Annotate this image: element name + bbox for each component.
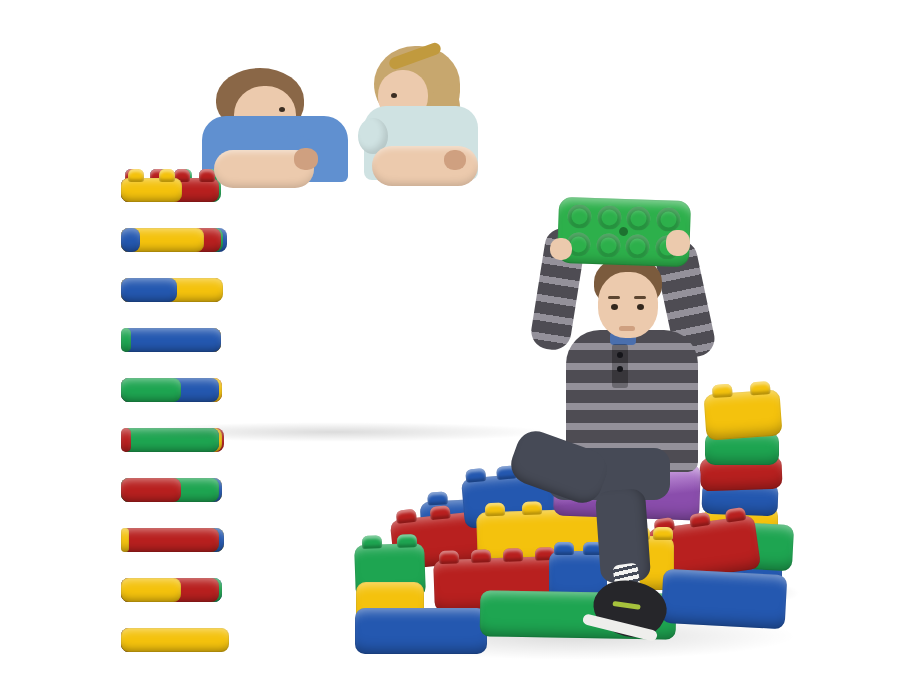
girl-eye	[391, 93, 397, 98]
wall-stud	[128, 169, 144, 182]
block-stud	[689, 512, 711, 528]
boy-right-brow	[608, 296, 620, 299]
block-stud	[554, 542, 574, 555]
wall-shadow	[116, 422, 552, 442]
block-stud	[396, 534, 416, 548]
wall-brick-blue	[121, 228, 140, 252]
block-stud	[712, 384, 733, 398]
block-stud	[725, 507, 747, 523]
wall-brick-blue	[121, 328, 221, 352]
block-stud	[430, 505, 451, 520]
bench-blue-right-bottom	[661, 569, 788, 629]
boy-left-hand	[294, 148, 318, 170]
boy-right-eye	[611, 304, 618, 310]
block-stud	[653, 527, 673, 540]
boy-right-mouth	[619, 326, 635, 331]
boy-right-eye	[637, 304, 644, 310]
wall-brick-yellow	[121, 628, 229, 652]
wall-stud	[159, 169, 175, 182]
block-stud	[484, 503, 504, 517]
block-stud	[471, 549, 491, 563]
block-stud	[503, 548, 523, 562]
wall-brick-yellow	[121, 578, 181, 602]
block-stud	[750, 381, 771, 395]
wall-stud	[199, 169, 215, 182]
wall-brick-red	[121, 478, 181, 502]
block-stud	[439, 550, 459, 564]
held-brick-stud	[597, 205, 622, 230]
boy-right-button	[617, 352, 623, 358]
held-brick-stud	[625, 234, 650, 259]
bench-blue-left-long	[355, 608, 487, 654]
wall-brick-yellow	[121, 528, 129, 552]
scene	[0, 0, 900, 700]
wall-brick-green	[121, 328, 131, 352]
block-stud	[466, 468, 487, 483]
girl-hand	[444, 150, 466, 170]
boy-right-button	[617, 366, 623, 372]
held-brick-center-hole	[619, 227, 628, 236]
held-brick-stud	[626, 206, 651, 231]
held-brick-stud	[567, 204, 592, 229]
wall-brick-red	[121, 528, 219, 552]
boy-right-right-hand	[666, 230, 690, 256]
block-stud	[428, 491, 449, 505]
wall-brick-yellow	[121, 178, 182, 202]
held-brick-stud	[656, 207, 681, 232]
boy-right-brow	[634, 296, 646, 299]
held-brick-stud	[596, 233, 621, 258]
boy-left-eye	[279, 107, 285, 112]
boy-right-left-hand	[550, 238, 572, 260]
wall-brick-blue	[121, 278, 177, 302]
block-stud	[396, 509, 417, 524]
block-stud	[521, 501, 541, 515]
block-stud	[361, 535, 381, 549]
tower-yellow-top	[703, 389, 782, 440]
wall-brick-green	[121, 378, 181, 402]
